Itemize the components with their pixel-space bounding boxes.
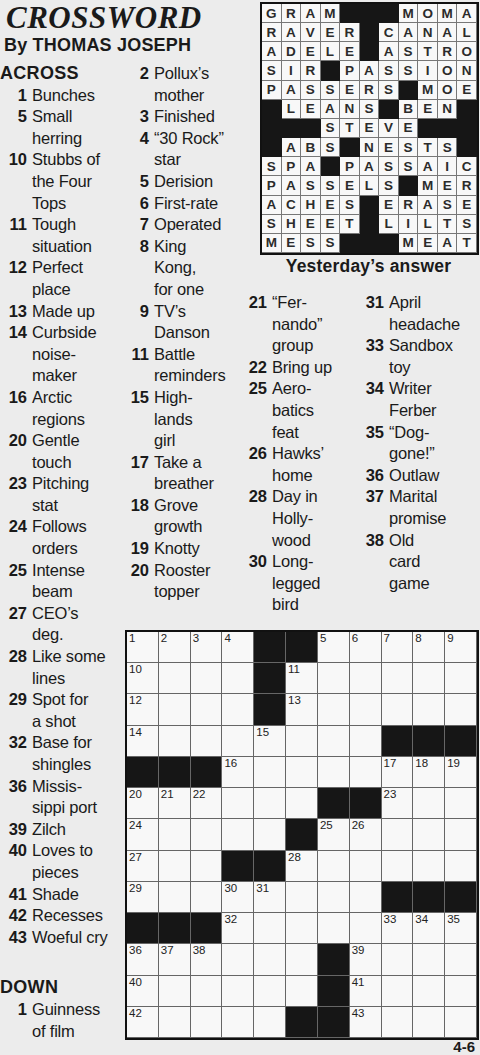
puzzle-cell[interactable] [159, 976, 191, 1007]
clue-text: Shade [32, 884, 79, 906]
answer-letter: S [443, 197, 452, 212]
puzzle-cell[interactable] [413, 663, 445, 694]
puzzle-cell[interactable] [191, 694, 223, 725]
puzzle-cell[interactable]: 27 [127, 851, 159, 882]
answer-cell: M [418, 81, 438, 100]
answer-letter: M [402, 6, 413, 21]
cell-number: 35 [447, 913, 460, 926]
puzzle-cell[interactable] [254, 1007, 286, 1038]
clue-text: Perfect place [32, 257, 83, 300]
black-cell [457, 100, 477, 119]
answer-letter: E [404, 120, 413, 135]
puzzle-cell[interactable] [318, 757, 350, 788]
cell-number: 26 [352, 819, 365, 832]
clue-text: Stubbs of the Four Tops [32, 149, 100, 214]
answer-cell: R [262, 23, 282, 42]
black-cell [282, 119, 302, 138]
answer-cell: A [282, 81, 302, 100]
puzzle-cell[interactable] [413, 788, 445, 819]
puzzle-cell[interactable] [159, 851, 191, 882]
answer-letter: A [286, 82, 296, 97]
answer-letter: M [442, 6, 453, 21]
answer-letter: E [325, 216, 334, 231]
puzzle-cell[interactable] [350, 663, 382, 694]
answer-letter: D [286, 44, 296, 59]
clue-number: 8 [122, 236, 154, 258]
clue-text: Missis- sippi port [32, 776, 97, 819]
clue-number: 21 [237, 292, 272, 314]
answer-cell: A [399, 23, 419, 42]
clue-text: Rooster topper [154, 560, 210, 603]
answer-letter: L [463, 25, 471, 40]
puzzle-cell[interactable]: 13 [286, 694, 318, 725]
clue: 17Take a breather [122, 452, 250, 495]
answer-letter: N [442, 101, 452, 116]
cell-number: 12 [129, 694, 142, 707]
answer-cell: H [282, 215, 302, 234]
answer-cell: T [418, 42, 438, 61]
clue-number: 38 [354, 530, 389, 552]
answer-letter: I [426, 63, 430, 78]
answer-letter: V [384, 120, 393, 135]
puzzle-cell[interactable] [286, 788, 318, 819]
puzzle-cell[interactable] [318, 882, 350, 913]
puzzle-cell[interactable]: 9 [445, 632, 477, 663]
black-cell [379, 4, 399, 23]
clue: 26Hawks’ home [237, 443, 358, 486]
black-cell [438, 119, 458, 138]
puzzle-cell[interactable]: 25 [318, 819, 350, 850]
puzzle-cell[interactable]: 41 [350, 976, 382, 1007]
answer-cell: I [418, 61, 438, 80]
answer-letter: A [266, 197, 276, 212]
answer-letter: A [286, 140, 296, 155]
puzzle-cell[interactable] [445, 976, 477, 1007]
puzzle-cell[interactable]: 21 [159, 788, 191, 819]
puzzle-cell[interactable]: 10 [127, 663, 159, 694]
puzzle-cell[interactable] [159, 694, 191, 725]
clue-number: 40 [0, 840, 32, 862]
cell-number: 4 [224, 632, 230, 645]
puzzle-cell[interactable] [254, 944, 286, 975]
clue: 4“30 Rock” star [122, 128, 250, 171]
puzzle-cell[interactable] [286, 757, 318, 788]
puzzle-cell[interactable] [254, 913, 286, 944]
answer-cell: S [399, 138, 419, 157]
clue: 12Perfect place [0, 257, 123, 300]
puzzle-cell[interactable] [222, 1007, 254, 1038]
clue-number: 19 [122, 538, 154, 560]
clue-number: 28 [237, 486, 272, 508]
clue-text: Arctic regions [32, 387, 85, 430]
answer-letter: S [267, 159, 276, 174]
puzzle-cell[interactable] [222, 819, 254, 850]
puzzle-cell[interactable] [350, 913, 382, 944]
clue-number: 30 [237, 551, 272, 573]
answer-letter: R [462, 178, 472, 193]
clue-text: Aero- batics feat [272, 378, 314, 443]
answer-letter: B [403, 101, 413, 116]
puzzle-cell[interactable]: 23 [382, 788, 414, 819]
answer-cell: V [379, 119, 399, 138]
clue: 9TV’s Danson [122, 301, 250, 344]
clue: 13Made up [0, 301, 123, 323]
answer-letter: C [384, 25, 394, 40]
puzzle-cell[interactable]: 37 [159, 944, 191, 975]
clue-number: 17 [122, 452, 154, 474]
puzzle-cell[interactable]: 19 [445, 757, 477, 788]
puzzle-cell[interactable] [413, 694, 445, 725]
answer-letter: C [462, 159, 472, 174]
puzzle-cell[interactable]: 14 [127, 726, 159, 757]
puzzle-cell[interactable] [382, 1007, 414, 1038]
clue-number: 11 [122, 344, 154, 366]
answer-letter: E [384, 140, 393, 155]
answer-letter: E [462, 197, 471, 212]
puzzle-cell[interactable]: 32 [222, 913, 254, 944]
answer-letter: S [404, 44, 413, 59]
puzzle-cell[interactable] [318, 694, 350, 725]
puzzle-cell[interactable] [350, 757, 382, 788]
puzzle-cell[interactable]: 1 [127, 632, 159, 663]
answer-letter: B [305, 140, 315, 155]
puzzle-cell[interactable] [254, 819, 286, 850]
answer-letter: E [443, 178, 452, 193]
puzzle-cell[interactable] [445, 944, 477, 975]
puzzle-cell[interactable]: 8 [413, 632, 445, 663]
answer-letter: S [404, 140, 413, 155]
black-cell [254, 694, 286, 725]
cell-number: 1 [129, 632, 135, 645]
puzzle-cell[interactable] [286, 976, 318, 1007]
clue-text: First-rate [154, 193, 218, 215]
answer-cell: T [340, 215, 360, 234]
puzzle-cell[interactable]: 20 [127, 788, 159, 819]
clue: 42Recesses [0, 905, 123, 927]
answer-cell: S [438, 196, 458, 215]
answer-cell: D [282, 42, 302, 61]
puzzle-cell[interactable] [445, 851, 477, 882]
clue-number: 14 [0, 322, 32, 344]
puzzle-cell[interactable] [222, 726, 254, 757]
black-cell [360, 234, 380, 253]
puzzle-cell[interactable]: 34 [413, 913, 445, 944]
puzzle-cell[interactable] [222, 976, 254, 1007]
puzzle-cell[interactable] [159, 1007, 191, 1038]
puzzle-cell[interactable] [350, 851, 382, 882]
answer-letter: P [345, 159, 354, 174]
answer-letter: M [324, 6, 335, 21]
answer-cell: R [282, 4, 302, 23]
puzzle-cell[interactable]: 18 [413, 757, 445, 788]
black-cell [127, 757, 159, 788]
puzzle-cell[interactable] [286, 944, 318, 975]
answer-letter: T [345, 216, 353, 231]
black-cell [127, 913, 159, 944]
clue-number: 25 [237, 378, 272, 400]
puzzle-cell[interactable]: 7 [382, 632, 414, 663]
puzzle-cell[interactable]: 30 [222, 882, 254, 913]
clue-text: Recesses [32, 905, 103, 927]
yesterday-answer-grid: GRAMMOMARAVERCANALADELEASTROSIRPASSIONPA… [260, 2, 479, 255]
puzzle-cell[interactable] [222, 788, 254, 819]
black-cell [413, 726, 445, 757]
clue: 7Operated [122, 214, 250, 236]
clue: 28Like some lines [0, 646, 123, 689]
answer-cell: S [379, 81, 399, 100]
clue-text: Marital promise [389, 486, 446, 529]
cell-number: 30 [224, 882, 237, 895]
cell-number: 8 [415, 632, 421, 645]
clue-column-down-2-20: 2Pollux’s mother3Finished4“30 Rock” star… [122, 63, 250, 603]
black-cell [445, 882, 477, 913]
answer-cell: R [399, 196, 419, 215]
puzzle-cell[interactable] [445, 788, 477, 819]
puzzle-cell[interactable] [159, 726, 191, 757]
black-cell [382, 882, 414, 913]
answer-letter: V [306, 25, 315, 40]
cell-number: 37 [161, 944, 174, 957]
puzzle-cell[interactable] [254, 788, 286, 819]
answer-letter: O [442, 63, 453, 78]
clue: 27CEO’s deg. [0, 603, 123, 646]
answer-letter: L [384, 216, 392, 231]
puzzle-cell[interactable] [191, 882, 223, 913]
puzzle-cell[interactable] [159, 882, 191, 913]
puzzle-cell[interactable] [222, 663, 254, 694]
clue-number: 41 [0, 884, 32, 906]
puzzle-cell[interactable] [445, 1007, 477, 1038]
clue-text: TV’s Danson [154, 301, 210, 344]
puzzle-cell[interactable]: 12 [127, 694, 159, 725]
puzzle-cell[interactable]: 11 [286, 663, 318, 694]
puzzle-cell[interactable] [191, 976, 223, 1007]
answer-letter: E [423, 101, 432, 116]
answer-cell: S [379, 176, 399, 195]
cell-number: 14 [129, 726, 142, 739]
answer-cell: E [301, 100, 321, 119]
answer-cell: A [262, 196, 282, 215]
answer-cell: S [321, 81, 341, 100]
puzzle-cell[interactable] [382, 944, 414, 975]
puzzle-cell[interactable]: 39 [350, 944, 382, 975]
black-cell [286, 632, 318, 663]
answer-cell: C [457, 157, 477, 176]
puzzle-cell[interactable] [350, 882, 382, 913]
puzzle-cell[interactable]: 28 [286, 851, 318, 882]
cell-number: 38 [193, 944, 206, 957]
puzzle-cell[interactable] [191, 726, 223, 757]
answer-cell: T [418, 138, 438, 157]
clue-number: 22 [237, 357, 272, 379]
puzzle-cell[interactable]: 5 [318, 632, 350, 663]
clue-number: 36 [354, 465, 389, 487]
puzzle-cell[interactable] [191, 663, 223, 694]
answer-cell: L [321, 42, 341, 61]
page-title: CROSSWORD [6, 0, 202, 36]
puzzle-cell[interactable]: 38 [191, 944, 223, 975]
puzzle-cell[interactable]: 16 [222, 757, 254, 788]
clue-text: Guinness of film [32, 999, 100, 1042]
puzzle-cell[interactable]: 15 [254, 726, 286, 757]
puzzle-cell[interactable]: 33 [382, 913, 414, 944]
answer-cell: S [321, 119, 341, 138]
puzzle-cell[interactable] [382, 663, 414, 694]
cell-number: 3 [193, 632, 199, 645]
answer-cell: E [282, 234, 302, 253]
answer-cell: E [379, 196, 399, 215]
puzzle-cell[interactable]: 29 [127, 882, 159, 913]
puzzle-cell[interactable] [222, 694, 254, 725]
clue: 43Woeful cry [0, 927, 123, 949]
answer-letter: S [325, 120, 334, 135]
puzzle-cell[interactable] [318, 913, 350, 944]
clue-number: 16 [0, 387, 32, 409]
puzzle-cell[interactable] [222, 944, 254, 975]
answer-letter: S [325, 140, 334, 155]
clue-number: 18 [122, 495, 154, 517]
answer-cell: S [262, 215, 282, 234]
puzzle-cell[interactable] [413, 819, 445, 850]
clue-number: 1 [0, 999, 32, 1021]
puzzle-cell[interactable]: 40 [127, 976, 159, 1007]
puzzle-cell[interactable] [318, 663, 350, 694]
answer-cell: T [438, 215, 458, 234]
clue-text: Like some lines [32, 646, 105, 689]
puzzle-cell[interactable] [318, 851, 350, 882]
clue: 5Small herring [0, 106, 123, 149]
black-cell [413, 882, 445, 913]
answer-letter: P [345, 63, 354, 78]
answer-cell: E [301, 215, 321, 234]
puzzle-cell[interactable] [286, 726, 318, 757]
answer-cell: P [262, 176, 282, 195]
black-cell [254, 632, 286, 663]
puzzle-cell[interactable]: 3 [191, 632, 223, 663]
clue: 2Pollux’s mother [122, 63, 250, 106]
answer-cell: S [399, 157, 419, 176]
puzzle-cell[interactable]: 42 [127, 1007, 159, 1038]
puzzle-cell[interactable] [382, 694, 414, 725]
puzzle-cell[interactable]: 4 [222, 632, 254, 663]
puzzle-cell[interactable]: 2 [159, 632, 191, 663]
clue: 36Outlaw [354, 465, 480, 487]
clue-text: Long- legged bird [272, 551, 320, 616]
answer-cell: A [360, 157, 380, 176]
answer-letter: S [325, 178, 334, 193]
puzzle-cell[interactable]: 26 [350, 819, 382, 850]
answer-cell: R [360, 81, 380, 100]
clue-text: “Fer- nando” group [272, 292, 322, 357]
clue: 1Guinness of film [0, 999, 123, 1042]
clue-number: 26 [237, 443, 272, 465]
answer-cell: O [457, 42, 477, 61]
clue-text: Outlaw [389, 465, 439, 487]
puzzle-cell[interactable] [445, 694, 477, 725]
puzzle-cell[interactable] [445, 819, 477, 850]
puzzle-cell[interactable]: 24 [127, 819, 159, 850]
clue-text: Loves to pieces [32, 840, 93, 883]
answer-letter: S [306, 178, 315, 193]
puzzle-cell[interactable]: 36 [127, 944, 159, 975]
clue-number: 4 [122, 128, 154, 150]
puzzle-cell[interactable] [413, 944, 445, 975]
puzzle-cell[interactable] [159, 663, 191, 694]
answer-cell: N [438, 100, 458, 119]
puzzle-cell[interactable] [254, 757, 286, 788]
answer-cell: I [438, 157, 458, 176]
clue-number: 5 [122, 171, 154, 193]
puzzle-cell[interactable] [382, 851, 414, 882]
answer-cell: S [438, 138, 458, 157]
puzzle-cell[interactable] [318, 726, 350, 757]
puzzle-cell[interactable] [413, 851, 445, 882]
answer-letter: A [462, 6, 472, 21]
cell-number: 21 [161, 788, 174, 801]
answer-letter: N [345, 101, 355, 116]
puzzle-cell[interactable] [254, 976, 286, 1007]
answer-letter: A [364, 159, 374, 174]
puzzle-cell[interactable] [159, 819, 191, 850]
puzzle-cell[interactable] [382, 819, 414, 850]
answer-letter: P [286, 159, 295, 174]
clue: 30Long- legged bird [237, 551, 358, 616]
puzzle-cell[interactable] [191, 851, 223, 882]
clue-text: Knotty [154, 538, 200, 560]
black-cell [340, 234, 360, 253]
cell-number: 7 [384, 632, 390, 645]
answer-cell: A [438, 23, 458, 42]
puzzle-cell[interactable] [413, 976, 445, 1007]
puzzle-cell[interactable] [191, 819, 223, 850]
answer-letter: A [442, 25, 452, 40]
yesterday-answer-caption: Yesterday’s answer [258, 256, 479, 277]
puzzle-cell[interactable] [382, 976, 414, 1007]
puzzle-cell[interactable]: 43 [350, 1007, 382, 1038]
answer-cell: A [379, 42, 399, 61]
answer-cell: S [399, 61, 419, 80]
puzzle-cell[interactable] [286, 913, 318, 944]
answer-letter: E [462, 82, 471, 97]
puzzle-cell[interactable]: 6 [350, 632, 382, 663]
puzzle-cell[interactable]: 31 [254, 882, 286, 913]
cell-number: 36 [129, 944, 142, 957]
cell-number: 34 [415, 913, 428, 926]
cell-number: 10 [129, 663, 142, 676]
answer-letter: R [266, 25, 276, 40]
cell-number: 41 [352, 976, 365, 989]
answer-letter: E [306, 216, 315, 231]
clue-text: Old card game [389, 530, 429, 595]
puzzle-cell[interactable]: 17 [382, 757, 414, 788]
clue-number: 9 [122, 301, 154, 323]
puzzle-cell[interactable] [286, 882, 318, 913]
puzzle-cell[interactable] [445, 663, 477, 694]
puzzle-cell[interactable] [350, 694, 382, 725]
puzzle-cell[interactable]: 35 [445, 913, 477, 944]
puzzle-cell[interactable] [191, 1007, 223, 1038]
answer-cell: L [418, 215, 438, 234]
answer-cell: T [340, 119, 360, 138]
puzzle-cell[interactable]: 22 [191, 788, 223, 819]
puzzle-cell[interactable] [413, 1007, 445, 1038]
puzzle-cell[interactable] [350, 726, 382, 757]
clue: 35“Dog- gone!” [354, 422, 480, 465]
answer-letter: A [384, 44, 394, 59]
answer-cell: N [340, 100, 360, 119]
black-cell [445, 726, 477, 757]
clue-number: 43 [0, 927, 32, 949]
